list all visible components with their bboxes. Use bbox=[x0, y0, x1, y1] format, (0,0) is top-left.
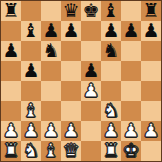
square-e2[interactable] bbox=[81, 121, 101, 141]
square-a1[interactable]: ♜ bbox=[1, 141, 21, 161]
square-h5[interactable] bbox=[141, 61, 161, 81]
square-b3[interactable]: ♝ bbox=[21, 101, 41, 121]
square-d2[interactable]: ♟ bbox=[61, 121, 81, 141]
black-rook[interactable]: ♜ bbox=[142, 1, 159, 20]
square-f5[interactable] bbox=[101, 61, 121, 81]
white-pawn[interactable]: ♟ bbox=[22, 121, 39, 140]
square-a8[interactable]: ♜ bbox=[1, 1, 21, 21]
square-d5[interactable] bbox=[61, 61, 81, 81]
square-g1[interactable]: ♚ bbox=[121, 141, 141, 161]
white-rook[interactable]: ♜ bbox=[2, 141, 19, 160]
square-h1[interactable] bbox=[141, 141, 161, 161]
black-queen[interactable]: ♛ bbox=[62, 1, 79, 20]
square-f8[interactable]: ♝ bbox=[101, 1, 121, 21]
square-d3[interactable] bbox=[61, 101, 81, 121]
square-a5[interactable] bbox=[1, 61, 21, 81]
white-bishop[interactable]: ♝ bbox=[22, 101, 39, 120]
white-pawn[interactable]: ♟ bbox=[102, 121, 119, 140]
square-g5[interactable] bbox=[121, 61, 141, 81]
white-rook[interactable]: ♜ bbox=[102, 141, 119, 160]
black-pawn[interactable]: ♟ bbox=[142, 21, 159, 40]
square-h7[interactable]: ♟ bbox=[141, 21, 161, 41]
square-c3[interactable] bbox=[41, 101, 61, 121]
black-pawn[interactable]: ♟ bbox=[122, 21, 139, 40]
white-knight[interactable]: ♞ bbox=[22, 141, 39, 160]
square-a4[interactable] bbox=[1, 81, 21, 101]
square-d7[interactable]: ♟ bbox=[61, 21, 81, 41]
square-d4[interactable] bbox=[61, 81, 81, 101]
black-pawn[interactable]: ♟ bbox=[102, 21, 119, 40]
square-b2[interactable]: ♟ bbox=[21, 121, 41, 141]
square-e4[interactable]: ♟ bbox=[81, 81, 101, 101]
square-d8[interactable]: ♛ bbox=[61, 1, 81, 21]
square-f1[interactable]: ♜ bbox=[101, 141, 121, 161]
square-c1[interactable]: ♝ bbox=[41, 141, 61, 161]
white-pawn[interactable]: ♟ bbox=[122, 121, 139, 140]
square-e3[interactable] bbox=[81, 101, 101, 121]
square-a6[interactable]: ♟ bbox=[1, 41, 21, 61]
black-pawn[interactable]: ♟ bbox=[22, 61, 39, 80]
white-pawn[interactable]: ♟ bbox=[62, 121, 79, 140]
black-pawn[interactable]: ♟ bbox=[42, 21, 59, 40]
white-knight[interactable]: ♞ bbox=[102, 101, 119, 120]
square-a2[interactable]: ♟ bbox=[1, 121, 21, 141]
square-e6[interactable] bbox=[81, 41, 101, 61]
square-e8[interactable]: ♚ bbox=[81, 1, 101, 21]
square-c2[interactable]: ♟ bbox=[41, 121, 61, 141]
black-king[interactable]: ♚ bbox=[82, 1, 99, 20]
square-b5[interactable]: ♟ bbox=[21, 61, 41, 81]
square-g7[interactable]: ♟ bbox=[121, 21, 141, 41]
square-e7[interactable] bbox=[81, 21, 101, 41]
black-knight[interactable]: ♞ bbox=[42, 41, 59, 60]
square-f7[interactable]: ♟ bbox=[101, 21, 121, 41]
square-h2[interactable]: ♟ bbox=[141, 121, 161, 141]
white-pawn[interactable]: ♟ bbox=[82, 81, 99, 100]
square-h3[interactable] bbox=[141, 101, 161, 121]
square-b4[interactable] bbox=[21, 81, 41, 101]
square-a3[interactable] bbox=[1, 101, 21, 121]
square-b6[interactable] bbox=[21, 41, 41, 61]
square-c7[interactable]: ♟ bbox=[41, 21, 61, 41]
square-f6[interactable]: ♞ bbox=[101, 41, 121, 61]
white-pawn[interactable]: ♟ bbox=[42, 121, 59, 140]
square-f4[interactable] bbox=[101, 81, 121, 101]
square-c4[interactable] bbox=[41, 81, 61, 101]
black-bishop[interactable]: ♝ bbox=[22, 21, 39, 40]
square-f2[interactable]: ♟ bbox=[101, 121, 121, 141]
white-king[interactable]: ♚ bbox=[122, 141, 139, 160]
square-d1[interactable]: ♛ bbox=[61, 141, 81, 161]
square-b7[interactable]: ♝ bbox=[21, 21, 41, 41]
black-bishop[interactable]: ♝ bbox=[102, 1, 119, 20]
black-pawn[interactable]: ♟ bbox=[2, 41, 19, 60]
square-g3[interactable] bbox=[121, 101, 141, 121]
square-c6[interactable]: ♞ bbox=[41, 41, 61, 61]
square-e5[interactable]: ♟ bbox=[81, 61, 101, 81]
white-pawn[interactable]: ♟ bbox=[142, 121, 159, 140]
square-g8[interactable] bbox=[121, 1, 141, 21]
square-c8[interactable] bbox=[41, 1, 61, 21]
square-f3[interactable]: ♞ bbox=[101, 101, 121, 121]
square-d6[interactable] bbox=[61, 41, 81, 61]
black-pawn[interactable]: ♟ bbox=[82, 61, 99, 80]
white-pawn[interactable]: ♟ bbox=[2, 121, 19, 140]
square-g4[interactable] bbox=[121, 81, 141, 101]
black-knight[interactable]: ♞ bbox=[102, 41, 119, 60]
black-pawn[interactable]: ♟ bbox=[62, 21, 79, 40]
square-c5[interactable] bbox=[41, 61, 61, 81]
square-h8[interactable]: ♜ bbox=[141, 1, 161, 21]
square-g6[interactable] bbox=[121, 41, 141, 61]
square-b1[interactable]: ♞ bbox=[21, 141, 41, 161]
white-bishop[interactable]: ♝ bbox=[42, 141, 59, 160]
square-a7[interactable] bbox=[1, 21, 21, 41]
square-h6[interactable] bbox=[141, 41, 161, 61]
square-b8[interactable] bbox=[21, 1, 41, 21]
square-h4[interactable] bbox=[141, 81, 161, 101]
white-queen[interactable]: ♛ bbox=[62, 141, 79, 160]
square-e1[interactable] bbox=[81, 141, 101, 161]
chess-board: ♜♛♚♝♜♝♟♟♟♟♟♟♞♞♟♟♟♝♞♟♟♟♟♟♟♟♜♞♝♛♜♚ bbox=[0, 0, 162, 162]
black-rook[interactable]: ♜ bbox=[2, 1, 19, 20]
square-g2[interactable]: ♟ bbox=[121, 121, 141, 141]
